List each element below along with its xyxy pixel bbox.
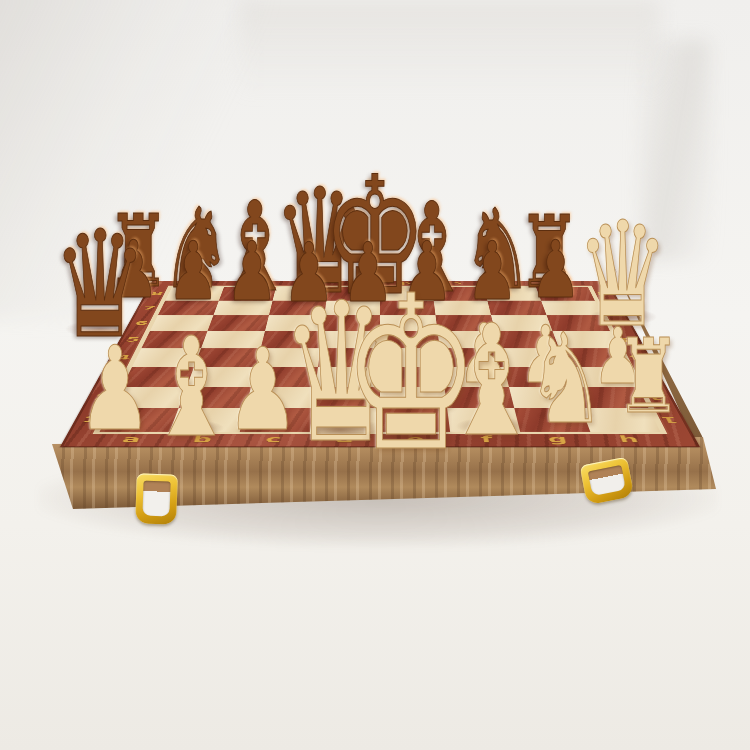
file-label-c: c <box>236 431 310 447</box>
square-c7 <box>269 301 326 316</box>
square-d7 <box>324 301 380 316</box>
square-a5 <box>141 331 207 348</box>
square-h4 <box>559 348 628 366</box>
file-label-back-g: g <box>224 281 277 287</box>
left-clasp-opening <box>142 481 170 517</box>
backdrop-streak <box>240 0 660 120</box>
square-d6 <box>322 315 380 331</box>
file-label-a: a <box>92 431 170 447</box>
square-d8 <box>326 287 380 301</box>
square-h2 <box>573 387 648 409</box>
file-label-back-c: c <box>431 281 484 287</box>
square-b3 <box>187 367 256 387</box>
file-label-back-a: a <box>534 281 588 287</box>
square-f1 <box>447 408 520 431</box>
square-a8 <box>165 287 224 301</box>
file-label-back-f: f <box>276 281 329 287</box>
square-c8 <box>273 287 328 301</box>
backdrop-streak <box>640 40 710 260</box>
square-b6 <box>207 315 269 331</box>
square-h5 <box>553 331 619 348</box>
square-d4 <box>318 348 380 366</box>
square-c1 <box>240 408 313 431</box>
square-a2 <box>111 387 186 409</box>
file-label-back-b: b <box>482 281 535 287</box>
square-c3 <box>251 367 318 387</box>
square-g5 <box>495 331 559 348</box>
square-a7 <box>158 301 219 316</box>
square-g6 <box>491 315 553 331</box>
square-g4 <box>499 348 566 366</box>
file-label-f: f <box>450 431 524 447</box>
square-c4 <box>256 348 320 366</box>
square-b5 <box>201 331 265 348</box>
square-d3 <box>316 367 380 387</box>
square-d5 <box>320 331 380 348</box>
square-b1 <box>170 408 246 431</box>
square-c2 <box>246 387 316 409</box>
square-h8 <box>536 287 595 301</box>
left-clasp <box>135 473 178 524</box>
square-h1 <box>581 408 660 431</box>
square-h3 <box>566 367 638 387</box>
square-d1 <box>310 408 380 431</box>
square-e1 <box>380 408 450 431</box>
square-e7 <box>380 301 436 316</box>
square-b7 <box>213 301 272 316</box>
square-f6 <box>436 315 496 331</box>
square-g3 <box>504 367 573 387</box>
square-e2 <box>380 387 447 409</box>
square-c5 <box>261 331 323 348</box>
square-g1 <box>514 408 590 431</box>
square-f8 <box>432 287 487 301</box>
file-label-d: d <box>308 431 380 447</box>
square-b2 <box>179 387 252 409</box>
square-f5 <box>438 331 500 348</box>
square-f7 <box>434 301 491 316</box>
file-label-e: e <box>380 431 452 447</box>
square-h6 <box>547 315 611 331</box>
square-f2 <box>444 387 514 409</box>
file-label-b: b <box>164 431 240 447</box>
backdrop-streak <box>0 0 270 320</box>
square-f3 <box>442 367 509 387</box>
square-d2 <box>313 387 380 409</box>
square-a6 <box>150 315 214 331</box>
square-a4 <box>132 348 201 366</box>
square-g2 <box>509 387 582 409</box>
square-b8 <box>219 287 276 301</box>
chess-set-product-photo: aabbccddeeffgghh1122334455667788 ♜♞♜♝♞♛♝… <box>0 0 750 750</box>
square-b4 <box>194 348 261 366</box>
square-c6 <box>265 315 325 331</box>
file-label-back-h: h <box>172 281 226 287</box>
square-g7 <box>487 301 546 316</box>
chess-board: aabbccddeeffgghh1122334455667788 <box>60 281 700 447</box>
square-e5 <box>380 331 440 348</box>
file-label-g: g <box>520 431 596 447</box>
square-e8 <box>380 287 434 301</box>
board-grid <box>100 287 661 432</box>
square-e6 <box>380 315 438 331</box>
square-f4 <box>440 348 504 366</box>
square-a1 <box>100 408 179 431</box>
square-e3 <box>380 367 444 387</box>
file-label-back-d: d <box>380 281 432 287</box>
square-g8 <box>484 287 541 301</box>
square-a3 <box>122 367 194 387</box>
file-label-back-e: e <box>328 281 380 287</box>
square-e4 <box>380 348 442 366</box>
square-h7 <box>541 301 602 316</box>
file-label-h: h <box>590 431 668 447</box>
